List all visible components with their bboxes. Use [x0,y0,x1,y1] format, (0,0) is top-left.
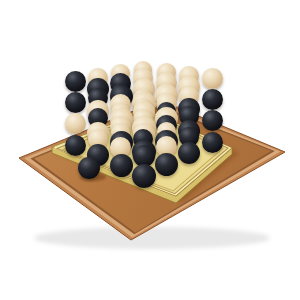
bead-black[interactable] [110,154,133,177]
bead-black[interactable] [65,71,86,92]
bead-black[interactable] [155,153,178,176]
bead-black[interactable] [65,92,86,113]
bead-natural[interactable] [202,68,223,89]
bead-black[interactable] [132,164,156,188]
bead-black[interactable] [202,132,223,153]
score-four-board-photo [0,0,300,300]
bead-black[interactable] [202,110,223,131]
bead-black[interactable] [202,89,223,110]
bead-black[interactable] [65,135,86,156]
beads-layer [0,0,300,300]
loose-bead-black[interactable] [78,157,100,179]
bead-black[interactable] [178,142,200,164]
bead-natural[interactable] [65,113,86,134]
